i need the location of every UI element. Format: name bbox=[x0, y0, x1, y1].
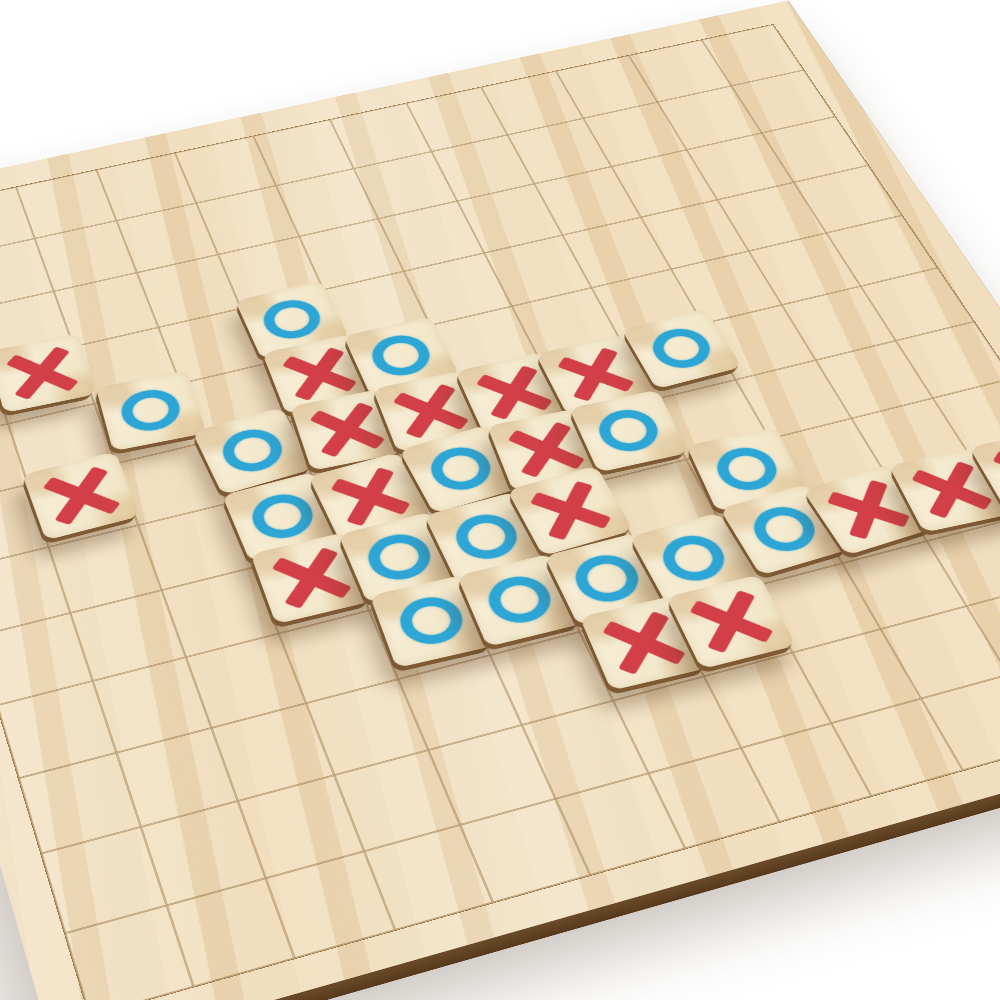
x-stroke bbox=[547, 481, 592, 540]
x-stroke bbox=[519, 421, 570, 477]
o-ring bbox=[361, 529, 438, 586]
x-stroke bbox=[601, 621, 684, 665]
o-ring bbox=[644, 324, 719, 374]
x-stroke bbox=[928, 461, 973, 518]
o-ring bbox=[116, 385, 184, 435]
o-ring bbox=[654, 529, 734, 586]
o-ring bbox=[709, 443, 785, 495]
x-stroke bbox=[319, 402, 372, 457]
o-ring bbox=[365, 331, 437, 381]
x-stroke bbox=[617, 611, 668, 675]
game-board bbox=[0, 0, 1000, 1000]
x-stroke bbox=[42, 477, 120, 515]
o-ring bbox=[256, 295, 327, 344]
o-ring bbox=[568, 550, 647, 608]
o-ring bbox=[422, 441, 499, 496]
x-stroke bbox=[529, 492, 610, 529]
x-stroke bbox=[54, 466, 108, 525]
x-stroke bbox=[992, 450, 1000, 489]
x-stroke bbox=[284, 547, 338, 608]
x-stroke bbox=[689, 600, 773, 643]
o-ring bbox=[392, 591, 469, 649]
x-stroke bbox=[506, 429, 583, 469]
x-stroke bbox=[826, 491, 909, 527]
o-ring bbox=[215, 423, 290, 477]
board-grid bbox=[0, 24, 1000, 1000]
x-stroke bbox=[910, 469, 991, 510]
x-stroke bbox=[848, 479, 887, 538]
o-ring bbox=[481, 570, 559, 628]
x-stroke bbox=[345, 467, 393, 526]
o-ring bbox=[591, 405, 665, 456]
x-stroke bbox=[329, 478, 409, 515]
o-ring bbox=[245, 488, 320, 544]
o-ring bbox=[744, 501, 825, 558]
x-stroke bbox=[309, 410, 385, 449]
board-photo bbox=[0, 0, 1000, 1000]
board-cell[interactable] bbox=[41, 827, 166, 933]
x-stroke bbox=[271, 557, 351, 598]
o-ring bbox=[448, 508, 526, 565]
x-stroke bbox=[706, 590, 754, 653]
